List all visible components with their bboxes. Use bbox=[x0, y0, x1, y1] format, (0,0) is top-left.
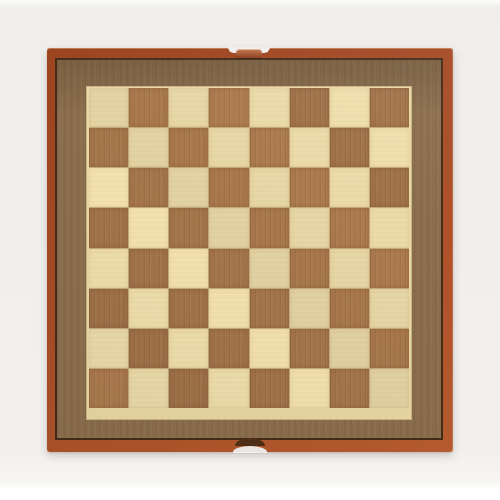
square-f2[interactable] bbox=[290, 329, 329, 368]
square-d4[interactable] bbox=[209, 249, 248, 288]
thumb-notch-cutout bbox=[233, 446, 267, 453]
square-e2[interactable] bbox=[250, 329, 289, 368]
square-b7[interactable] bbox=[129, 128, 168, 167]
square-h3[interactable] bbox=[370, 289, 409, 328]
square-c3[interactable] bbox=[169, 289, 208, 328]
square-a2[interactable] bbox=[89, 329, 128, 368]
square-e6[interactable] bbox=[250, 168, 289, 207]
square-b6[interactable] bbox=[129, 168, 168, 207]
square-c5[interactable] bbox=[169, 208, 208, 247]
square-f8[interactable] bbox=[290, 88, 329, 127]
square-a3[interactable] bbox=[89, 289, 128, 328]
square-c1[interactable] bbox=[169, 369, 208, 408]
square-g3[interactable] bbox=[330, 289, 369, 328]
square-f6[interactable] bbox=[290, 168, 329, 207]
square-f3[interactable] bbox=[290, 289, 329, 328]
square-g5[interactable] bbox=[330, 208, 369, 247]
square-e3[interactable] bbox=[250, 289, 289, 328]
square-d1[interactable] bbox=[209, 369, 248, 408]
product-photo-background bbox=[0, 0, 500, 500]
square-b2[interactable] bbox=[129, 329, 168, 368]
square-a4[interactable] bbox=[89, 249, 128, 288]
thumb-notch bbox=[233, 438, 267, 452]
square-h4[interactable] bbox=[370, 249, 409, 288]
square-f5[interactable] bbox=[290, 208, 329, 247]
square-f1[interactable] bbox=[290, 369, 329, 408]
square-e5[interactable] bbox=[250, 208, 289, 247]
square-h1[interactable] bbox=[370, 369, 409, 408]
square-c4[interactable] bbox=[169, 249, 208, 288]
square-d2[interactable] bbox=[209, 329, 248, 368]
square-c8[interactable] bbox=[169, 88, 208, 127]
square-h2[interactable] bbox=[370, 329, 409, 368]
hinge-notch bbox=[228, 47, 270, 60]
square-h8[interactable] bbox=[370, 88, 409, 127]
square-h5[interactable] bbox=[370, 208, 409, 247]
square-a5[interactable] bbox=[89, 208, 128, 247]
thumb-notch-shadow bbox=[235, 438, 265, 446]
square-d3[interactable] bbox=[209, 289, 248, 328]
square-d7[interactable] bbox=[209, 128, 248, 167]
hinge-tab bbox=[236, 49, 262, 58]
square-b4[interactable] bbox=[129, 249, 168, 288]
square-c6[interactable] bbox=[169, 168, 208, 207]
square-b1[interactable] bbox=[129, 369, 168, 408]
chess-board-grid bbox=[89, 88, 409, 408]
square-d8[interactable] bbox=[209, 88, 248, 127]
square-a8[interactable] bbox=[89, 88, 128, 127]
square-g2[interactable] bbox=[330, 329, 369, 368]
square-d6[interactable] bbox=[209, 168, 248, 207]
square-d5[interactable] bbox=[209, 208, 248, 247]
square-g1[interactable] bbox=[330, 369, 369, 408]
square-c7[interactable] bbox=[169, 128, 208, 167]
square-b8[interactable] bbox=[129, 88, 168, 127]
square-b5[interactable] bbox=[129, 208, 168, 247]
square-e7[interactable] bbox=[250, 128, 289, 167]
square-a7[interactable] bbox=[89, 128, 128, 167]
square-c2[interactable] bbox=[169, 329, 208, 368]
veneer-panel bbox=[86, 86, 412, 420]
chess-box-board bbox=[47, 48, 453, 452]
square-e8[interactable] bbox=[250, 88, 289, 127]
square-b3[interactable] bbox=[129, 289, 168, 328]
square-g7[interactable] bbox=[330, 128, 369, 167]
square-a6[interactable] bbox=[89, 168, 128, 207]
square-g4[interactable] bbox=[330, 249, 369, 288]
square-f7[interactable] bbox=[290, 128, 329, 167]
square-h7[interactable] bbox=[370, 128, 409, 167]
square-h6[interactable] bbox=[370, 168, 409, 207]
square-a1[interactable] bbox=[89, 369, 128, 408]
square-e4[interactable] bbox=[250, 249, 289, 288]
square-g6[interactable] bbox=[330, 168, 369, 207]
square-f4[interactable] bbox=[290, 249, 329, 288]
square-e1[interactable] bbox=[250, 369, 289, 408]
square-g8[interactable] bbox=[330, 88, 369, 127]
